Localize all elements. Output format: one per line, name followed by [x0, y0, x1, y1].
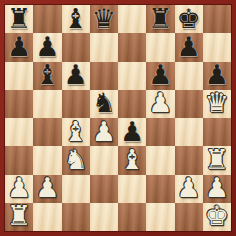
square-d6[interactable]	[90, 62, 118, 90]
square-d4[interactable]: ♟	[90, 118, 118, 146]
white-bishop-piece[interactable]: ♝	[64, 118, 88, 145]
square-a2[interactable]: ♟	[5, 175, 33, 203]
white-knight-piece[interactable]: ♞	[64, 146, 88, 173]
white-king-piece[interactable]: ♚	[205, 203, 229, 230]
black-pawn-piece[interactable]: ♟	[120, 118, 144, 145]
square-c3[interactable]: ♞	[62, 146, 90, 174]
square-e5[interactable]	[118, 90, 146, 118]
square-b6[interactable]: ♝	[33, 62, 61, 90]
square-h1[interactable]: ♚	[203, 203, 231, 231]
square-a5[interactable]	[5, 90, 33, 118]
square-e6[interactable]	[118, 62, 146, 90]
black-pawn-piece[interactable]: ♟	[64, 62, 88, 89]
white-pawn-piece[interactable]: ♟	[92, 118, 116, 145]
square-e1[interactable]	[118, 203, 146, 231]
square-c4[interactable]: ♝	[62, 118, 90, 146]
square-b2[interactable]: ♟	[33, 175, 61, 203]
square-f4[interactable]	[146, 118, 174, 146]
square-b8[interactable]	[33, 5, 61, 33]
square-e2[interactable]	[118, 175, 146, 203]
black-queen-piece[interactable]: ♛	[92, 5, 116, 32]
square-b7[interactable]: ♟	[33, 33, 61, 61]
white-rook-piece[interactable]: ♜	[205, 146, 229, 173]
black-king-piece[interactable]: ♚	[177, 5, 201, 32]
square-e4[interactable]: ♟	[118, 118, 146, 146]
square-c8[interactable]: ♝	[62, 5, 90, 33]
black-bishop-piece[interactable]: ♝	[35, 62, 59, 89]
white-bishop-piece[interactable]: ♝	[120, 146, 144, 173]
square-h2[interactable]: ♟	[203, 175, 231, 203]
black-pawn-piece[interactable]: ♟	[177, 33, 201, 60]
square-a3[interactable]	[5, 146, 33, 174]
square-f2[interactable]	[146, 175, 174, 203]
square-c5[interactable]	[62, 90, 90, 118]
square-g7[interactable]: ♟	[175, 33, 203, 61]
black-pawn-piece[interactable]: ♟	[7, 33, 31, 60]
square-g1[interactable]	[175, 203, 203, 231]
square-g5[interactable]	[175, 90, 203, 118]
white-queen-piece[interactable]: ♛	[205, 90, 229, 117]
square-a8[interactable]: ♜	[5, 5, 33, 33]
square-f7[interactable]	[146, 33, 174, 61]
white-pawn-piece[interactable]: ♟	[205, 175, 229, 202]
square-a6[interactable]	[5, 62, 33, 90]
square-g3[interactable]	[175, 146, 203, 174]
square-f6[interactable]: ♟	[146, 62, 174, 90]
square-c2[interactable]	[62, 175, 90, 203]
square-c7[interactable]	[62, 33, 90, 61]
white-pawn-piece[interactable]: ♟	[177, 175, 201, 202]
square-f5[interactable]: ♟	[146, 90, 174, 118]
square-e8[interactable]	[118, 5, 146, 33]
square-b4[interactable]	[33, 118, 61, 146]
square-d3[interactable]	[90, 146, 118, 174]
square-a7[interactable]: ♟	[5, 33, 33, 61]
square-b3[interactable]	[33, 146, 61, 174]
square-h4[interactable]	[203, 118, 231, 146]
square-e3[interactable]: ♝	[118, 146, 146, 174]
white-pawn-piece[interactable]: ♟	[35, 175, 59, 202]
square-h8[interactable]	[203, 5, 231, 33]
square-f8[interactable]: ♜	[146, 5, 174, 33]
square-d5[interactable]: ♞	[90, 90, 118, 118]
square-b5[interactable]	[33, 90, 61, 118]
black-pawn-piece[interactable]: ♟	[148, 62, 172, 89]
square-d7[interactable]	[90, 33, 118, 61]
black-pawn-piece[interactable]: ♟	[205, 62, 229, 89]
square-b1[interactable]	[33, 203, 61, 231]
square-d8[interactable]: ♛	[90, 5, 118, 33]
white-rook-piece[interactable]: ♜	[7, 203, 31, 230]
square-a4[interactable]	[5, 118, 33, 146]
square-c6[interactable]: ♟	[62, 62, 90, 90]
black-knight-piece[interactable]: ♞	[92, 90, 116, 117]
square-g8[interactable]: ♚	[175, 5, 203, 33]
square-f1[interactable]	[146, 203, 174, 231]
square-e7[interactable]	[118, 33, 146, 61]
square-g6[interactable]	[175, 62, 203, 90]
chess-board-frame: ♜♝♛♜♚♟♟♟♝♟♟♟♞♟♛♝♟♟♞♝♜♟♟♟♟♜♚	[0, 0, 236, 236]
square-g2[interactable]: ♟	[175, 175, 203, 203]
square-a1[interactable]: ♜	[5, 203, 33, 231]
square-h7[interactable]	[203, 33, 231, 61]
square-d2[interactable]	[90, 175, 118, 203]
square-h5[interactable]: ♛	[203, 90, 231, 118]
square-c1[interactable]	[62, 203, 90, 231]
square-g4[interactable]	[175, 118, 203, 146]
square-f3[interactable]	[146, 146, 174, 174]
black-bishop-piece[interactable]: ♝	[64, 5, 88, 32]
black-rook-piece[interactable]: ♜	[7, 5, 31, 32]
square-h3[interactable]: ♜	[203, 146, 231, 174]
square-h6[interactable]: ♟	[203, 62, 231, 90]
black-rook-piece[interactable]: ♜	[148, 5, 172, 32]
white-pawn-piece[interactable]: ♟	[7, 175, 31, 202]
square-d1[interactable]	[90, 203, 118, 231]
black-pawn-piece[interactable]: ♟	[35, 33, 59, 60]
chess-board: ♜♝♛♜♚♟♟♟♝♟♟♟♞♟♛♝♟♟♞♝♜♟♟♟♟♜♚	[5, 5, 231, 231]
white-pawn-piece[interactable]: ♟	[148, 90, 172, 117]
